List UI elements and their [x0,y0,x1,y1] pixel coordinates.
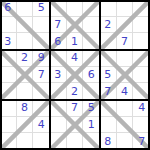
cell-r3c4[interactable]: 6 [50,33,67,50]
given-digit: 7 [54,19,61,30]
given-digit: 7 [71,102,78,113]
cell-r1c6[interactable] [83,0,100,17]
cell-r9c9[interactable]: 7 [133,133,150,150]
cell-r1c9[interactable] [133,0,150,17]
cell-r9c4[interactable] [50,133,67,150]
cell-r5c8[interactable] [117,67,134,84]
given-digit: 5 [38,2,45,13]
cell-r5c1[interactable] [0,67,17,84]
given-digit: 5 [104,69,111,80]
cell-r3c3[interactable] [33,33,50,50]
given-digit: 6 [54,36,61,47]
cell-r8c7[interactable] [100,117,117,134]
cell-r9c3[interactable] [33,133,50,150]
given-digit: 6 [88,69,95,80]
cell-r8c4[interactable] [50,117,67,134]
cell-r7c4[interactable] [50,100,67,117]
cell-r7c7[interactable] [100,100,117,117]
cell-r1c7[interactable] [100,0,117,17]
cell-r7c5[interactable]: 7 [67,100,84,117]
cell-r9c7[interactable]: 8 [100,133,117,150]
cell-r7c2[interactable]: 8 [17,100,34,117]
cell-r8c3[interactable]: 4 [33,117,50,134]
given-digit: 4 [38,119,45,130]
given-digit: 1 [88,119,95,130]
cell-r6c2[interactable] [17,83,34,100]
cell-r9c8[interactable] [117,133,134,150]
sudoku-board: 65723617294736527487544187 [0,0,150,150]
given-digit: 7 [104,86,111,97]
cell-r6c1[interactable] [0,83,17,100]
cell-r3c6[interactable] [83,33,100,50]
cell-r2c6[interactable] [83,17,100,34]
cell-r3c2[interactable] [17,33,34,50]
cell-r6c3[interactable] [33,83,50,100]
given-digit: 8 [104,136,111,147]
cell-r9c6[interactable] [83,133,100,150]
given-digit: 3 [4,36,11,47]
cell-r5c7[interactable]: 5 [100,67,117,84]
given-digit: 3 [54,69,61,80]
cell-r4c3[interactable]: 9 [33,50,50,67]
cell-r4c1[interactable] [0,50,17,67]
cell-r5c6[interactable]: 6 [83,67,100,84]
given-digit: 2 [104,19,111,30]
cell-r5c2[interactable] [17,67,34,84]
given-digit: 9 [38,52,45,63]
given-digit: 7 [138,136,145,147]
cell-r1c5[interactable] [67,0,84,17]
cell-r8c2[interactable] [17,117,34,134]
cell-r9c2[interactable] [17,133,34,150]
given-digit: 4 [71,52,78,63]
cell-r7c6[interactable]: 5 [83,100,100,117]
cell-r5c4[interactable]: 3 [50,67,67,84]
sudoku-cell-grid: 65723617294736527487544187 [0,0,150,150]
cell-r5c9[interactable] [133,67,150,84]
cell-r3c5[interactable]: 1 [67,33,84,50]
cell-r2c1[interactable] [0,17,17,34]
given-digit: 7 [121,36,128,47]
cell-r4c5[interactable]: 4 [67,50,84,67]
cell-r2c9[interactable] [133,17,150,34]
given-digit: 6 [4,2,11,13]
cell-r2c2[interactable] [17,17,34,34]
cell-r4c2[interactable]: 2 [17,50,34,67]
cell-r6c9[interactable] [133,83,150,100]
cell-r4c4[interactable] [50,50,67,67]
cell-r4c7[interactable] [100,50,117,67]
cell-r8c5[interactable] [67,117,84,134]
given-digit: 8 [21,102,28,113]
cell-r7c9[interactable]: 4 [133,100,150,117]
given-digit: 4 [138,102,145,113]
cell-r1c4[interactable] [50,0,67,17]
cell-r9c1[interactable] [0,133,17,150]
given-digit: 5 [88,102,95,113]
given-digit: 7 [38,69,45,80]
cell-r1c1[interactable]: 6 [0,0,17,17]
cell-r7c1[interactable] [0,100,17,117]
cell-r8c9[interactable] [133,117,150,134]
cell-r8c6[interactable]: 1 [83,117,100,134]
cell-r8c1[interactable] [0,117,17,134]
cell-r6c7[interactable]: 7 [100,83,117,100]
cell-r1c8[interactable] [117,0,134,17]
given-digit: 1 [71,36,78,47]
cell-r1c2[interactable] [17,0,34,17]
cell-r7c3[interactable] [33,100,50,117]
cell-r6c5[interactable]: 2 [67,83,84,100]
cell-r5c3[interactable]: 7 [33,67,50,84]
cell-r4c8[interactable] [117,50,134,67]
cell-r3c8[interactable]: 7 [117,33,134,50]
given-digit: 4 [121,86,128,97]
cell-r3c1[interactable]: 3 [0,33,17,50]
cell-r5c5[interactable] [67,67,84,84]
cell-r2c4[interactable]: 7 [50,17,67,34]
cell-r2c7[interactable]: 2 [100,17,117,34]
cell-r4c6[interactable] [83,50,100,67]
cell-r6c6[interactable] [83,83,100,100]
cell-r2c5[interactable] [67,17,84,34]
given-digit: 2 [21,52,28,63]
cell-r7c8[interactable] [117,100,134,117]
given-digit: 2 [71,86,78,97]
cell-r8c8[interactable] [117,117,134,134]
cell-r2c3[interactable] [33,17,50,34]
cell-r4c9[interactable] [133,50,150,67]
cell-r1c3[interactable]: 5 [33,0,50,17]
cell-r6c8[interactable]: 4 [117,83,134,100]
cell-r3c7[interactable] [100,33,117,50]
cell-r3c9[interactable] [133,33,150,50]
cell-r2c8[interactable] [117,17,134,34]
cell-r9c5[interactable] [67,133,84,150]
cell-r6c4[interactable] [50,83,67,100]
